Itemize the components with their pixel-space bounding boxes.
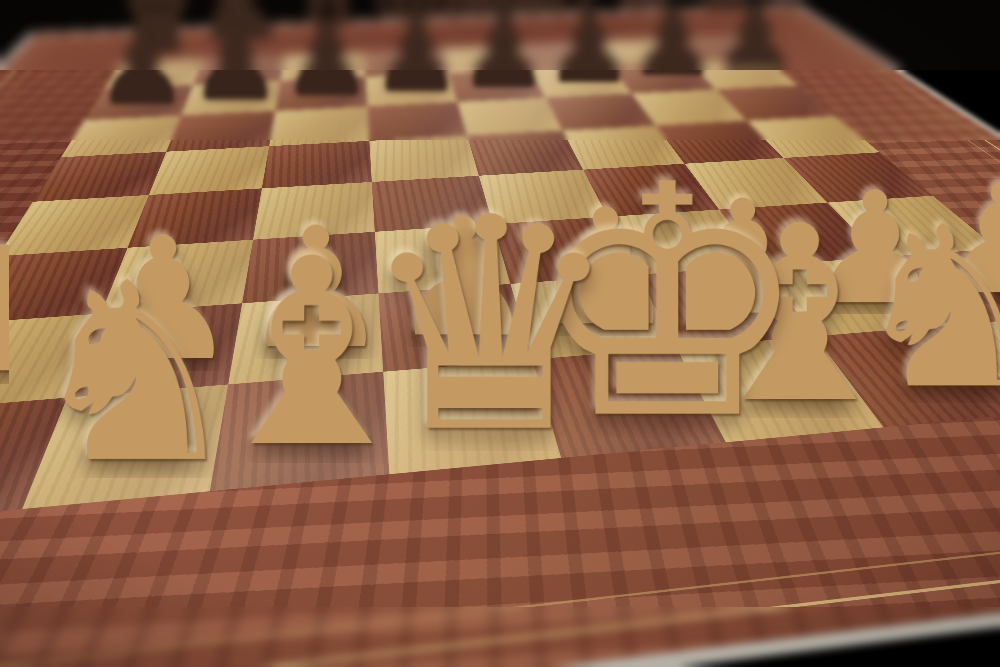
square-d2 xyxy=(379,284,533,372)
square-c7 xyxy=(275,77,367,111)
square-c1 xyxy=(210,371,390,491)
square-c3 xyxy=(242,231,378,302)
square-c8 xyxy=(280,52,365,81)
square-e8 xyxy=(442,45,531,73)
board-frame: ♜♞♝♛♚♝♞♜♟♟♟♟♟♟♟♟♟♟♟♟♟♟♟♟♜♞♝♛♚♝♞♜ xyxy=(0,5,1000,667)
square-d4 xyxy=(372,175,493,231)
square-d5 xyxy=(369,135,478,181)
square-d3 xyxy=(375,224,511,293)
square-a6 xyxy=(61,115,181,157)
square-c5 xyxy=(262,141,372,188)
chess-board: ♜♞♝♛♚♝♞♜♟♟♟♟♟♟♟♟♟♟♟♟♟♟♟♟♜♞♝♛♚♝♞♜ xyxy=(0,3,1000,667)
square-d8 xyxy=(364,48,449,77)
square-b8 xyxy=(193,55,284,85)
square-b7 xyxy=(181,81,280,116)
square-e7 xyxy=(449,69,545,101)
chess-photo-scene: ♜♞♝♛♚♝♞♜♟♟♟♟♟♟♟♟♟♟♟♟♟♟♟♟♜♞♝♛♚♝♞♜ xyxy=(0,0,1000,667)
board-playing-area: ♜♞♝♛♚♝♞♜♟♟♟♟♟♟♟♟♟♟♟♟♟♟♟♟♜♞♝♛♚♝♞♜ xyxy=(0,36,1000,528)
square-c4 xyxy=(253,182,375,240)
square-c2 xyxy=(228,293,383,384)
square-d6 xyxy=(367,102,467,141)
board-squares-grid xyxy=(0,36,1000,528)
square-b4 xyxy=(128,188,262,247)
square-a5 xyxy=(33,151,167,201)
square-b6 xyxy=(166,111,275,152)
square-b5 xyxy=(149,146,269,195)
square-e6 xyxy=(457,97,562,135)
square-c6 xyxy=(269,106,369,146)
square-a4 xyxy=(0,195,149,256)
square-d1 xyxy=(383,359,561,474)
square-d7 xyxy=(366,73,458,106)
